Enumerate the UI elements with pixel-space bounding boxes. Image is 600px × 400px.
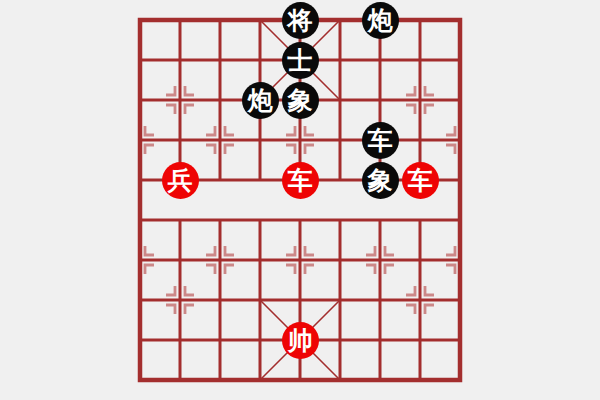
piece-black-cannon[interactable]: 炮 xyxy=(242,82,279,119)
piece-glyph: 帅 xyxy=(288,328,313,353)
piece-black-advisor[interactable]: 士 xyxy=(282,42,319,79)
piece-glyph: 车 xyxy=(288,168,313,193)
piece-black-elephant[interactable]: 象 xyxy=(282,82,319,119)
piece-glyph: 车 xyxy=(368,128,393,153)
pieces-layer: 将炮士炮象车兵车象车帅 xyxy=(120,0,480,400)
piece-black-chariot[interactable]: 车 xyxy=(362,122,399,159)
piece-glyph: 象 xyxy=(288,88,313,113)
piece-glyph: 象 xyxy=(368,168,393,193)
piece-red-soldier[interactable]: 兵 xyxy=(162,162,199,199)
piece-black-general[interactable]: 将 xyxy=(282,2,319,39)
piece-red-marshal[interactable]: 帅 xyxy=(282,322,319,359)
piece-glyph: 士 xyxy=(288,48,313,73)
piece-glyph: 兵 xyxy=(168,168,193,193)
piece-red-chariot[interactable]: 车 xyxy=(282,162,319,199)
piece-glyph: 将 xyxy=(288,8,313,33)
piece-glyph: 炮 xyxy=(248,88,273,113)
piece-black-cannon[interactable]: 炮 xyxy=(362,2,399,39)
piece-glyph: 炮 xyxy=(368,8,393,33)
piece-glyph: 车 xyxy=(408,168,433,193)
piece-red-chariot[interactable]: 车 xyxy=(402,162,439,199)
xiangqi-board: 将炮士炮象车兵车象车帅 xyxy=(0,0,600,400)
piece-black-elephant[interactable]: 象 xyxy=(362,162,399,199)
